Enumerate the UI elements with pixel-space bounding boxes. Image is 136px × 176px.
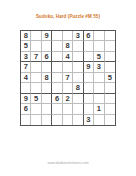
cell-r8c7[interactable] bbox=[84, 104, 94, 114]
cell-r8c2[interactable] bbox=[31, 104, 41, 114]
cell-r8c1[interactable]: 6 bbox=[21, 104, 31, 114]
cell-r9c3[interactable] bbox=[42, 115, 52, 125]
cell-r7c5[interactable]: 2 bbox=[63, 94, 73, 104]
cell-r8c5[interactable] bbox=[63, 104, 73, 114]
cell-r4c8[interactable]: 3 bbox=[94, 62, 104, 72]
cell-r3c6[interactable] bbox=[73, 52, 83, 62]
given-digit: 5 bbox=[34, 95, 38, 103]
cell-r2c2[interactable] bbox=[31, 41, 41, 51]
cell-r4c1[interactable]: 7 bbox=[21, 62, 31, 72]
cell-r6c5[interactable] bbox=[63, 83, 73, 93]
given-digit: 2 bbox=[65, 95, 69, 103]
cell-r3c2[interactable]: 7 bbox=[31, 52, 41, 62]
cell-r6c1[interactable] bbox=[21, 83, 31, 93]
cell-r4c5[interactable] bbox=[63, 62, 73, 72]
given-digit: 3 bbox=[24, 53, 28, 61]
cell-r9c8[interactable] bbox=[94, 115, 104, 125]
cell-r5c8[interactable] bbox=[94, 73, 104, 83]
cell-r7c3[interactable] bbox=[42, 94, 52, 104]
cell-r9c7[interactable]: 3 bbox=[84, 115, 94, 125]
cell-r1c4[interactable] bbox=[52, 31, 62, 41]
cell-r1c2[interactable] bbox=[31, 31, 41, 41]
cell-r6c4[interactable] bbox=[52, 83, 62, 93]
cell-r1c5[interactable] bbox=[63, 31, 73, 41]
cell-r6c6[interactable]: 8 bbox=[73, 83, 83, 93]
cell-r5c5[interactable]: 7 bbox=[63, 73, 73, 83]
given-digit: 8 bbox=[76, 84, 80, 92]
sudoku-sheet: Sudoku, Hard (Puzzle #M 55) 893658376457… bbox=[0, 0, 136, 176]
cell-r1c9[interactable] bbox=[105, 31, 115, 41]
given-digit: 3 bbox=[97, 63, 101, 71]
cell-r3c8[interactable]: 5 bbox=[94, 52, 104, 62]
given-digit: 4 bbox=[24, 74, 28, 82]
cell-r5c4[interactable] bbox=[52, 73, 62, 83]
cell-r9c2[interactable] bbox=[31, 115, 41, 125]
cell-r8c8[interactable]: 1 bbox=[94, 104, 104, 114]
cell-r7c1[interactable]: 9 bbox=[21, 94, 31, 104]
cell-r4c9[interactable] bbox=[105, 62, 115, 72]
given-digit: 3 bbox=[86, 116, 90, 124]
cell-r5c9[interactable]: 5 bbox=[105, 73, 115, 83]
cell-r1c6[interactable]: 3 bbox=[73, 31, 83, 41]
given-digit: 7 bbox=[34, 53, 38, 61]
cell-r3c5[interactable]: 4 bbox=[63, 52, 73, 62]
cell-r9c6[interactable] bbox=[73, 115, 83, 125]
given-digit: 5 bbox=[108, 74, 112, 82]
cell-r4c3[interactable] bbox=[42, 62, 52, 72]
cell-r2c3[interactable] bbox=[42, 41, 52, 51]
cell-r6c8[interactable] bbox=[94, 83, 104, 93]
given-digit: 8 bbox=[45, 74, 49, 82]
given-digit: 5 bbox=[24, 42, 28, 50]
cell-r8c9[interactable] bbox=[105, 104, 115, 114]
cell-r2c8[interactable] bbox=[94, 41, 104, 51]
cell-r3c1[interactable]: 3 bbox=[21, 52, 31, 62]
cell-r2c9[interactable] bbox=[105, 41, 115, 51]
cell-r3c3[interactable]: 6 bbox=[42, 52, 52, 62]
cell-r6c9[interactable] bbox=[105, 83, 115, 93]
given-digit: 6 bbox=[55, 95, 59, 103]
given-digit: 7 bbox=[65, 74, 69, 82]
given-digit: 6 bbox=[45, 53, 49, 61]
cell-r5c6[interactable] bbox=[73, 73, 83, 83]
cell-r3c7[interactable] bbox=[84, 52, 94, 62]
cell-r1c7[interactable]: 6 bbox=[84, 31, 94, 41]
given-digit: 1 bbox=[97, 105, 101, 113]
given-digit: 6 bbox=[86, 32, 90, 40]
cell-r7c4[interactable]: 6 bbox=[52, 94, 62, 104]
cell-r2c6[interactable] bbox=[73, 41, 83, 51]
given-digit: 8 bbox=[24, 32, 28, 40]
given-digit: 9 bbox=[24, 95, 28, 103]
cell-r7c9[interactable] bbox=[105, 94, 115, 104]
sudoku-board: 89365837645793487589562613 bbox=[20, 30, 116, 126]
cell-r1c3[interactable]: 9 bbox=[42, 31, 52, 41]
cell-r7c7[interactable] bbox=[84, 94, 94, 104]
cell-r6c2[interactable] bbox=[31, 83, 41, 93]
cell-r5c2[interactable] bbox=[31, 73, 41, 83]
cell-r9c4[interactable] bbox=[52, 115, 62, 125]
cell-r2c1[interactable]: 5 bbox=[21, 41, 31, 51]
cell-r2c4[interactable] bbox=[52, 41, 62, 51]
cell-r2c7[interactable] bbox=[84, 41, 94, 51]
cell-r4c4[interactable] bbox=[52, 62, 62, 72]
cell-r5c1[interactable]: 4 bbox=[21, 73, 31, 83]
cell-r4c2[interactable] bbox=[31, 62, 41, 72]
cell-r6c7[interactable] bbox=[84, 83, 94, 93]
cell-r6c3[interactable] bbox=[42, 83, 52, 93]
cell-r4c7[interactable]: 9 bbox=[84, 62, 94, 72]
given-digit: 3 bbox=[76, 32, 80, 40]
cell-r3c9[interactable] bbox=[105, 52, 115, 62]
given-digit: 9 bbox=[86, 63, 90, 71]
cell-r8c6[interactable] bbox=[73, 104, 83, 114]
cell-r9c1[interactable] bbox=[21, 115, 31, 125]
cell-r8c4[interactable] bbox=[52, 104, 62, 114]
given-digit: 8 bbox=[65, 42, 69, 50]
cell-r3c4[interactable] bbox=[52, 52, 62, 62]
cell-r8c3[interactable] bbox=[42, 104, 52, 114]
cell-r7c6[interactable] bbox=[73, 94, 83, 104]
given-digit: 9 bbox=[45, 32, 49, 40]
cell-r7c8[interactable] bbox=[94, 94, 104, 104]
given-digit: 4 bbox=[65, 53, 69, 61]
cell-r7c2[interactable]: 5 bbox=[31, 94, 41, 104]
given-digit: 5 bbox=[97, 53, 101, 61]
cell-r1c1[interactable]: 8 bbox=[21, 31, 31, 41]
cell-r9c5[interactable] bbox=[63, 115, 73, 125]
cell-r2c5[interactable]: 8 bbox=[63, 41, 73, 51]
cell-r9c9[interactable] bbox=[105, 115, 115, 125]
given-digit: 7 bbox=[24, 63, 28, 71]
puzzle-title: Sudoku, Hard (Puzzle #M 55) bbox=[0, 14, 136, 20]
cell-r1c8[interactable] bbox=[94, 31, 104, 41]
given-digit: 6 bbox=[24, 105, 28, 113]
cell-r5c7[interactable] bbox=[84, 73, 94, 83]
footer-url: www.dadsworksheets.com bbox=[0, 161, 136, 166]
cell-r4c6[interactable] bbox=[73, 62, 83, 72]
cell-r5c3[interactable]: 8 bbox=[42, 73, 52, 83]
